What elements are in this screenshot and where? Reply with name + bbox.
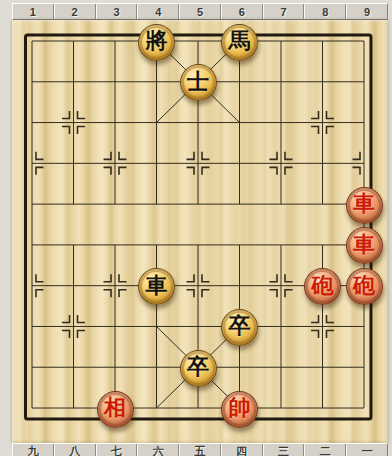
- ruler-label: 9: [346, 4, 387, 19]
- ruler-label: 八: [54, 444, 96, 456]
- piece-glyph: 車: [146, 275, 168, 297]
- ruler-label: 五: [179, 444, 221, 456]
- red-elephant[interactable]: 相: [97, 391, 134, 428]
- piece-glyph: 將: [146, 30, 168, 52]
- ruler-label: 4: [137, 4, 179, 19]
- ruler-label: 七: [96, 444, 138, 456]
- ruler-label: 九: [13, 444, 54, 456]
- ruler-label: 三: [263, 444, 305, 456]
- red-general[interactable]: 帥: [221, 391, 258, 428]
- top-file-ruler: 123456789: [12, 3, 388, 20]
- piece-glyph: 卒: [187, 356, 209, 378]
- piece-glyph: 車: [353, 193, 375, 215]
- red-cannon[interactable]: 砲: [346, 268, 383, 305]
- ruler-label: 8: [304, 4, 346, 19]
- red-cannon[interactable]: 砲: [304, 268, 341, 305]
- black-horse[interactable]: 馬: [221, 24, 258, 61]
- ruler-label: 5: [179, 4, 221, 19]
- black-soldier[interactable]: 卒: [221, 309, 258, 346]
- red-chariot[interactable]: 車: [346, 227, 383, 264]
- piece-glyph: 車: [353, 234, 375, 256]
- ruler-label: 四: [221, 444, 263, 456]
- piece-glyph: 卒: [229, 315, 251, 337]
- ruler-label: 六: [137, 444, 179, 456]
- red-chariot[interactable]: 車: [346, 187, 383, 224]
- black-advisor[interactable]: 士: [180, 64, 217, 101]
- piece-glyph: 砲: [312, 275, 334, 297]
- black-chariot[interactable]: 車: [138, 268, 175, 305]
- piece-glyph: 砲: [353, 275, 375, 297]
- bottom-file-ruler: 九八七六五四三二一: [12, 443, 388, 456]
- ruler-label: 二: [304, 444, 346, 456]
- ruler-label: 2: [54, 4, 96, 19]
- piece-glyph: 士: [187, 71, 209, 93]
- ruler-label: 一: [346, 444, 387, 456]
- ruler-label: 3: [96, 4, 138, 19]
- piece-glyph: 相: [104, 397, 126, 419]
- ruler-label: 1: [13, 4, 54, 19]
- xiangqi-app: 123456789 將馬士車車車砲砲卒卒相帥 九八七六五四三二一: [0, 0, 392, 456]
- piece-glyph: 馬: [229, 30, 251, 52]
- piece-glyph: 帥: [229, 397, 251, 419]
- xiangqi-board[interactable]: 將馬士車車車砲砲卒卒相帥: [12, 20, 388, 443]
- black-soldier[interactable]: 卒: [180, 350, 217, 387]
- black-general[interactable]: 將: [138, 24, 175, 61]
- ruler-label: 6: [221, 4, 263, 19]
- ruler-label: 7: [263, 4, 305, 19]
